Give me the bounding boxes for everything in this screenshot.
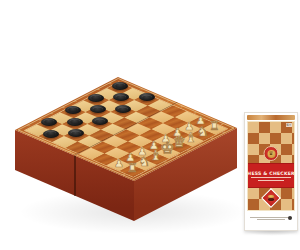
- box-diamond-badge: [261, 188, 281, 208]
- age-badge: 6+: [286, 123, 292, 127]
- box-lid-wood-strip: [247, 115, 295, 120]
- fine-print-line: [250, 217, 292, 218]
- product-photo-scene: 11AA22BB33CC44DD55EE66FF77GG88HH ♟♟♟♟♟♟♟…: [0, 0, 300, 250]
- box-front-art: 6+ ♛ CHESS & CHECKERS: [247, 121, 295, 211]
- product-box: 6+ ♛ CHESS & CHECKERS: [244, 112, 298, 231]
- box-subtitle-line: [258, 180, 284, 181]
- box-round-emblem: ♛: [264, 146, 279, 161]
- publisher-logo-dot: [288, 216, 292, 220]
- chess-piece-icon: ♛: [267, 150, 275, 158]
- checkers-stack-icon: [268, 195, 274, 201]
- board-hinge-seam-side: [74, 155, 76, 196]
- box-fine-print: [247, 211, 295, 231]
- box-title: CHESS & CHECKERS: [247, 171, 295, 176]
- box-title-band: CHESS & CHECKERS: [247, 163, 295, 188]
- fine-print-line: [257, 219, 285, 220]
- box-subtitle-line: [251, 177, 291, 178]
